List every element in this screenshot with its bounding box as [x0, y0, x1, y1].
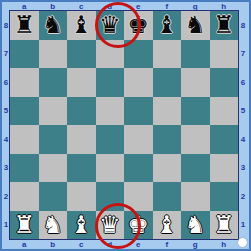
square-a1[interactable]: ♜: [10, 211, 39, 240]
square-g2[interactable]: [181, 182, 210, 211]
square-g1[interactable]: ♞: [181, 211, 210, 240]
piece-white-knight[interactable]: ♞: [184, 211, 206, 239]
square-d7[interactable]: [96, 40, 125, 69]
file-label-bottom-b: b: [39, 240, 68, 249]
piece-white-bishop[interactable]: ♝: [70, 211, 92, 239]
square-h1[interactable]: ♜: [210, 211, 239, 240]
square-g5[interactable]: [181, 97, 210, 126]
piece-black-rook[interactable]: ♜: [13, 11, 35, 39]
square-b7[interactable]: [39, 40, 68, 69]
rank-labels-right: 87654321: [239, 11, 247, 239]
square-h2[interactable]: [210, 182, 239, 211]
square-b4[interactable]: [39, 125, 68, 154]
square-c1[interactable]: ♝: [67, 211, 96, 240]
square-b1[interactable]: ♞: [39, 211, 68, 240]
square-f4[interactable]: [153, 125, 182, 154]
square-h8[interactable]: ♜: [210, 11, 239, 40]
rank-label-right-3: 3: [239, 154, 247, 183]
square-e8[interactable]: ♚: [124, 11, 153, 40]
piece-white-rook[interactable]: ♜: [213, 211, 235, 239]
square-d5[interactable]: [96, 97, 125, 126]
square-e7[interactable]: [124, 40, 153, 69]
rank-label-right-6: 6: [239, 68, 247, 97]
file-label-top-d: d: [96, 2, 125, 11]
square-c8[interactable]: ♝: [67, 11, 96, 40]
file-labels-top: abcdefgh: [10, 2, 238, 11]
square-b2[interactable]: [39, 182, 68, 211]
file-label-top-a: a: [10, 2, 39, 11]
piece-white-queen[interactable]: ♛: [99, 211, 121, 239]
rank-label-left-1: 1: [2, 211, 10, 240]
square-c4[interactable]: [67, 125, 96, 154]
rank-label-right-4: 4: [239, 125, 247, 154]
square-g8[interactable]: ♞: [181, 11, 210, 40]
rank-label-left-8: 8: [2, 11, 10, 40]
file-label-top-c: c: [67, 2, 96, 11]
square-e4[interactable]: [124, 125, 153, 154]
piece-white-bishop[interactable]: ♝: [156, 211, 178, 239]
rank-label-left-2: 2: [2, 182, 10, 211]
file-label-top-b: b: [39, 2, 68, 11]
square-c5[interactable]: [67, 97, 96, 126]
file-label-bottom-d: d: [96, 240, 125, 249]
rank-label-right-7: 7: [239, 40, 247, 69]
piece-black-bishop[interactable]: ♝: [156, 11, 178, 39]
square-d2[interactable]: [96, 182, 125, 211]
square-f5[interactable]: [153, 97, 182, 126]
square-e1[interactable]: ♚: [124, 211, 153, 240]
turn-indicator-dot: [238, 238, 247, 247]
file-label-top-g: g: [181, 2, 210, 11]
square-c7[interactable]: [67, 40, 96, 69]
rank-label-right-1: 1: [239, 211, 247, 240]
square-g7[interactable]: [181, 40, 210, 69]
square-f3[interactable]: [153, 154, 182, 183]
square-a7[interactable]: [10, 40, 39, 69]
square-f6[interactable]: [153, 68, 182, 97]
square-a4[interactable]: [10, 125, 39, 154]
square-h3[interactable]: [210, 154, 239, 183]
piece-black-queen[interactable]: ♛: [99, 11, 121, 39]
square-h6[interactable]: [210, 68, 239, 97]
rank-label-left-7: 7: [2, 40, 10, 69]
square-h4[interactable]: [210, 125, 239, 154]
square-d4[interactable]: [96, 125, 125, 154]
piece-black-bishop[interactable]: ♝: [70, 11, 92, 39]
board: ♜♞♝♛♚♝♞♜♜♞♝♛♚♝♞♜: [10, 11, 238, 239]
square-g4[interactable]: [181, 125, 210, 154]
square-e2[interactable]: [124, 182, 153, 211]
file-label-bottom-g: g: [181, 240, 210, 249]
rank-label-right-2: 2: [239, 182, 247, 211]
square-d3[interactable]: [96, 154, 125, 183]
rank-labels-left: 87654321: [2, 11, 10, 239]
piece-white-rook[interactable]: ♜: [13, 211, 35, 239]
square-a3[interactable]: [10, 154, 39, 183]
piece-black-knight[interactable]: ♞: [184, 11, 206, 39]
file-label-bottom-c: c: [67, 240, 96, 249]
piece-black-king[interactable]: ♚: [127, 11, 149, 39]
square-e3[interactable]: [124, 154, 153, 183]
piece-black-knight[interactable]: ♞: [42, 11, 64, 39]
file-label-top-e: e: [124, 2, 153, 11]
square-a6[interactable]: [10, 68, 39, 97]
square-a2[interactable]: [10, 182, 39, 211]
chess-board-frame: abcdefgh abcdefgh 87654321 87654321 ♜♞♝♛…: [0, 0, 251, 251]
square-a8[interactable]: ♜: [10, 11, 39, 40]
square-c3[interactable]: [67, 154, 96, 183]
piece-white-knight[interactable]: ♞: [42, 211, 64, 239]
square-b6[interactable]: [39, 68, 68, 97]
file-label-top-f: f: [153, 2, 182, 11]
square-e5[interactable]: [124, 97, 153, 126]
square-d1[interactable]: ♛: [96, 211, 125, 240]
square-g6[interactable]: [181, 68, 210, 97]
file-label-bottom-e: e: [124, 240, 153, 249]
square-h7[interactable]: [210, 40, 239, 69]
square-g3[interactable]: [181, 154, 210, 183]
square-b8[interactable]: ♞: [39, 11, 68, 40]
piece-white-king[interactable]: ♚: [127, 211, 149, 239]
file-label-bottom-a: a: [10, 240, 39, 249]
piece-black-rook[interactable]: ♜: [213, 11, 235, 39]
rank-label-left-3: 3: [2, 154, 10, 183]
rank-label-left-6: 6: [2, 68, 10, 97]
rank-label-left-5: 5: [2, 97, 10, 126]
square-b3[interactable]: [39, 154, 68, 183]
file-label-bottom-f: f: [153, 240, 182, 249]
square-b5[interactable]: [39, 97, 68, 126]
square-d6[interactable]: [96, 68, 125, 97]
square-a5[interactable]: [10, 97, 39, 126]
rank-label-right-8: 8: [239, 11, 247, 40]
square-f2[interactable]: [153, 182, 182, 211]
square-f1[interactable]: ♝: [153, 211, 182, 240]
square-c6[interactable]: [67, 68, 96, 97]
square-f7[interactable]: [153, 40, 182, 69]
square-f8[interactable]: ♝: [153, 11, 182, 40]
square-c2[interactable]: [67, 182, 96, 211]
rank-label-left-4: 4: [2, 125, 10, 154]
square-h5[interactable]: [210, 97, 239, 126]
square-e6[interactable]: [124, 68, 153, 97]
file-label-bottom-h: h: [210, 240, 239, 249]
file-labels-bottom: abcdefgh: [10, 240, 238, 249]
file-label-top-h: h: [210, 2, 239, 11]
rank-label-right-5: 5: [239, 97, 247, 126]
square-d8[interactable]: ♛: [96, 11, 125, 40]
